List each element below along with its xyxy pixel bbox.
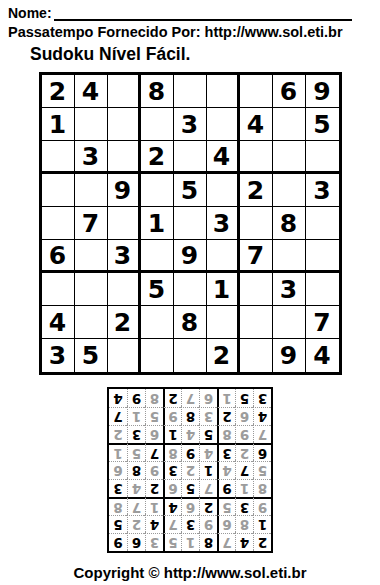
solution-cell-r6c8: 5 — [127, 443, 145, 461]
solution-cell-r1c5: 1 — [181, 533, 199, 551]
solution-cell-r9c4: 6 — [199, 389, 217, 407]
puzzle-cell-r9c7[interactable] — [240, 339, 273, 372]
puzzle-cell-r9c4[interactable] — [141, 339, 174, 372]
solution-cell-r4c3: 9 — [217, 479, 235, 497]
puzzle-cell-r5c7[interactable] — [240, 207, 273, 240]
solution-cell-r3c1: 9 — [253, 497, 271, 515]
puzzle-cell-r1c8: 6 — [273, 75, 306, 108]
solution-cell-r9c7: 8 — [145, 389, 163, 407]
puzzle-cell-r2c7: 4 — [240, 108, 273, 141]
puzzle-cell-r1c2: 4 — [75, 75, 108, 108]
puzzle-cell-r7c1[interactable] — [42, 273, 75, 306]
puzzle-cell-r6c6[interactable] — [207, 240, 240, 273]
solution-cell-r8c8: 1 — [127, 407, 145, 425]
solution-cell-r2c1: 1 — [253, 515, 271, 533]
solution-cell-r2c3: 6 — [217, 515, 235, 533]
puzzle-cell-r3c9[interactable] — [306, 141, 339, 174]
solution-cell-r3c3: 5 — [217, 497, 235, 515]
puzzle-cell-r3c5[interactable] — [174, 141, 207, 174]
solution-cell-r1c8: 6 — [127, 533, 145, 551]
solution-cell-r9c8: 9 — [127, 389, 145, 407]
puzzle-cell-r3c6: 4 — [207, 141, 240, 174]
puzzle-cell-r4c5: 5 — [174, 174, 207, 207]
puzzle-cell-r4c9: 3 — [306, 174, 339, 207]
puzzle-cell-r2c5: 3 — [174, 108, 207, 141]
puzzle-cell-r9c6: 2 — [207, 339, 240, 372]
solution-cell-r4c4: 7 — [199, 479, 217, 497]
puzzle-cell-r9c8: 9 — [273, 339, 306, 372]
name-row: Nome: — [8, 4, 352, 21]
solution-cell-r4c1: 8 — [253, 479, 271, 497]
solution-grid: 2478153691869374259352641788197562435741… — [107, 387, 273, 553]
solution-cell-r5c9: 6 — [109, 461, 127, 479]
solution-cell-r7c8: 3 — [127, 425, 145, 443]
provider-line: Passatempo Fornecido Por: http://www.sol… — [8, 24, 372, 40]
solution-cell-r5c5: 2 — [181, 461, 199, 479]
puzzle-cell-r9c9: 4 — [306, 339, 339, 372]
solution-cell-r7c7: 6 — [145, 425, 163, 443]
puzzle-cell-r8c4[interactable] — [141, 306, 174, 339]
solution-cell-r5c4: 1 — [199, 461, 217, 479]
solution-cell-r7c4: 5 — [199, 425, 217, 443]
solution-cell-r8c2: 6 — [235, 407, 253, 425]
puzzle-cell-r7c5[interactable] — [174, 273, 207, 306]
solution-cell-r6c7: 7 — [145, 443, 163, 461]
puzzle-cell-r5c3[interactable] — [108, 207, 141, 240]
puzzle-cell-r1c7[interactable] — [240, 75, 273, 108]
solution-cell-r7c5: 4 — [181, 425, 199, 443]
puzzle-cell-r9c1: 3 — [42, 339, 75, 372]
puzzle-cell-r4c2[interactable] — [75, 174, 108, 207]
name-fill-line[interactable] — [54, 4, 352, 21]
solution-cell-r7c3: 8 — [217, 425, 235, 443]
solution-cell-r6c1: 6 — [253, 443, 271, 461]
puzzle-cell-r8c7[interactable] — [240, 306, 273, 339]
puzzle-cell-r9c2: 5 — [75, 339, 108, 372]
puzzle-cell-r7c4: 5 — [141, 273, 174, 306]
puzzle-cell-r2c4[interactable] — [141, 108, 174, 141]
solution-cell-r3c5: 6 — [181, 497, 199, 515]
puzzle-cell-r2c6[interactable] — [207, 108, 240, 141]
solution-cell-r8c9: 7 — [109, 407, 127, 425]
puzzle-cell-r6c7: 7 — [240, 240, 273, 273]
solution-cell-r9c1: 3 — [253, 389, 271, 407]
puzzle-cell-r1c9: 9 — [306, 75, 339, 108]
solution-cell-r6c5: 9 — [181, 443, 199, 461]
solution-cell-r6c4: 4 — [199, 443, 217, 461]
puzzle-cell-r8c8[interactable] — [273, 306, 306, 339]
solution-cell-r3c2: 3 — [235, 497, 253, 515]
puzzle-cell-r4c1[interactable] — [42, 174, 75, 207]
solution-cell-r3c8: 7 — [127, 497, 145, 515]
solution-cell-r2c4: 9 — [199, 515, 217, 533]
puzzle-cell-r7c8: 3 — [273, 273, 306, 306]
solution-cell-r2c9: 5 — [109, 515, 127, 533]
puzzle-cell-r4c6[interactable] — [207, 174, 240, 207]
solution-cell-r2c6: 7 — [163, 515, 181, 533]
puzzle-cell-r5c4: 1 — [141, 207, 174, 240]
solution-cell-r8c7: 5 — [145, 407, 163, 425]
solution-cell-r4c9: 3 — [109, 479, 127, 497]
puzzle-cell-r1c1: 2 — [42, 75, 75, 108]
solution-cell-r1c6: 5 — [163, 533, 181, 551]
solution-cell-r3c6: 4 — [163, 497, 181, 515]
puzzle-cell-r2c9: 5 — [306, 108, 339, 141]
puzzle-cell-r3c3[interactable] — [108, 141, 141, 174]
puzzle-cell-r7c9[interactable] — [306, 273, 339, 306]
puzzle-grid: 248691345324952371386397513428735294 — [39, 72, 342, 375]
puzzle-cell-r2c1: 1 — [42, 108, 75, 141]
solution-cell-r1c3: 7 — [217, 533, 235, 551]
puzzle-cell-r8c9: 7 — [306, 306, 339, 339]
puzzle-cell-r1c4: 8 — [141, 75, 174, 108]
solution-cell-r9c3: 1 — [217, 389, 235, 407]
puzzle-cell-r4c3: 9 — [108, 174, 141, 207]
solution-cell-r4c7: 2 — [145, 479, 163, 497]
solution-cell-r8c6: 9 — [163, 407, 181, 425]
solution-cell-r7c6: 1 — [163, 425, 181, 443]
solution-cell-r6c2: 2 — [235, 443, 253, 461]
solution-cell-r8c5: 8 — [181, 407, 199, 425]
puzzle-cell-r6c2[interactable] — [75, 240, 108, 273]
puzzle-cell-r1c3[interactable] — [108, 75, 141, 108]
solution-cell-r8c4: 3 — [199, 407, 217, 425]
puzzle-cell-r4c8[interactable] — [273, 174, 306, 207]
solution-cell-r4c8: 4 — [127, 479, 145, 497]
puzzle-cell-r6c1: 6 — [42, 240, 75, 273]
puzzle-cell-r5c6: 3 — [207, 207, 240, 240]
puzzle-cell-r7c3[interactable] — [108, 273, 141, 306]
solution-cell-r4c2: 1 — [235, 479, 253, 497]
name-label: Nome: — [8, 5, 52, 21]
solution-cell-r7c2: 9 — [235, 425, 253, 443]
puzzle-cell-r8c3: 2 — [108, 306, 141, 339]
solution-cell-r3c9: 8 — [109, 497, 127, 515]
solution-cell-r7c9: 2 — [109, 425, 127, 443]
solution-cell-r6c3: 3 — [217, 443, 235, 461]
puzzle-cell-r8c5: 8 — [174, 306, 207, 339]
puzzle-cell-r2c3[interactable] — [108, 108, 141, 141]
solution-cell-r5c7: 9 — [145, 461, 163, 479]
solution-cell-r9c9: 4 — [109, 389, 127, 407]
puzzle-cell-r3c2: 3 — [75, 141, 108, 174]
solution-cell-r5c8: 8 — [127, 461, 145, 479]
puzzle-cell-r8c6[interactable] — [207, 306, 240, 339]
puzzle-cell-r6c3: 3 — [108, 240, 141, 273]
puzzle-cell-r4c4[interactable] — [141, 174, 174, 207]
puzzle-cell-r7c7[interactable] — [240, 273, 273, 306]
puzzle-cell-r3c1[interactable] — [42, 141, 75, 174]
puzzle-cell-r6c8[interactable] — [273, 240, 306, 273]
puzzle-cell-r8c2[interactable] — [75, 306, 108, 339]
solution-cell-r4c5: 5 — [181, 479, 199, 497]
solution-cell-r2c8: 2 — [127, 515, 145, 533]
puzzle-cell-r5c5[interactable] — [174, 207, 207, 240]
solution-cell-r1c7: 3 — [145, 533, 163, 551]
puzzle-cell-r5c9[interactable] — [306, 207, 339, 240]
puzzle-cell-r7c2[interactable] — [75, 273, 108, 306]
solution-cell-r5c6: 3 — [163, 461, 181, 479]
solution-cell-r4c6: 6 — [163, 479, 181, 497]
puzzle-cell-r1c5[interactable] — [174, 75, 207, 108]
puzzle-cell-r1c6[interactable] — [207, 75, 240, 108]
solution-cell-r1c9: 9 — [109, 533, 127, 551]
sudoku-worksheet-page: Nome: Passatempo Fornecido Por: http://w… — [0, 0, 380, 585]
solution-cell-r3c7: 1 — [145, 497, 163, 515]
solution-cell-r5c1: 5 — [253, 461, 271, 479]
solution-cell-r9c6: 2 — [163, 389, 181, 407]
puzzle-cell-r3c7[interactable] — [240, 141, 273, 174]
solution-cell-r9c5: 7 — [181, 389, 199, 407]
solution-cell-r6c9: 1 — [109, 443, 127, 461]
solution-cell-r2c7: 4 — [145, 515, 163, 533]
solution-cell-r8c1: 4 — [253, 407, 271, 425]
puzzle-cell-r6c4[interactable] — [141, 240, 174, 273]
solution-cell-r7c1: 7 — [253, 425, 271, 443]
solution-cell-r3c4: 2 — [199, 497, 217, 515]
solution-cell-r1c4: 8 — [199, 533, 217, 551]
puzzle-cell-r4c7: 2 — [240, 174, 273, 207]
puzzle-cell-r9c5[interactable] — [174, 339, 207, 372]
puzzle-cell-r5c1[interactable] — [42, 207, 75, 240]
solution-cell-r8c3: 2 — [217, 407, 235, 425]
puzzle-cell-r8c1: 4 — [42, 306, 75, 339]
puzzle-cell-r5c8: 8 — [273, 207, 306, 240]
page-title: Sudoku Nível Fácil. — [30, 44, 380, 65]
puzzle-cell-r3c4: 2 — [141, 141, 174, 174]
solution-cell-r1c1: 2 — [253, 533, 271, 551]
solution-cell-r9c2: 5 — [235, 389, 253, 407]
puzzle-cell-r3c8[interactable] — [273, 141, 306, 174]
solution-cell-r2c5: 3 — [181, 515, 199, 533]
puzzle-cell-r7c6: 1 — [207, 273, 240, 306]
solution-cell-r5c2: 7 — [235, 461, 253, 479]
puzzle-cell-r9c3[interactable] — [108, 339, 141, 372]
solution-cell-r6c6: 8 — [163, 443, 181, 461]
solution-cell-r1c2: 4 — [235, 533, 253, 551]
puzzle-cell-r6c5: 9 — [174, 240, 207, 273]
puzzle-cell-r2c2[interactable] — [75, 108, 108, 141]
solution-cell-r2c2: 8 — [235, 515, 253, 533]
solution-cell-r5c3: 4 — [217, 461, 235, 479]
puzzle-cell-r5c2: 7 — [75, 207, 108, 240]
puzzle-cell-r2c8[interactable] — [273, 108, 306, 141]
copyright-text: Copyright © http://www.sol.eti.br — [0, 564, 380, 581]
puzzle-cell-r6c9[interactable] — [306, 240, 339, 273]
